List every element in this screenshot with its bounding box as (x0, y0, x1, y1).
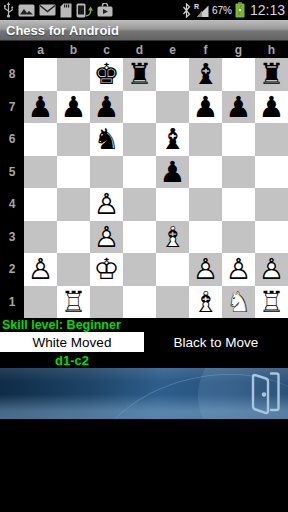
last-move-label: d1-c2 (0, 352, 144, 368)
door-logo-icon (249, 371, 281, 417)
piece-wP[interactable]: ♟♙ (222, 253, 255, 286)
piece-outline: ♙ (189, 253, 222, 286)
roaming-signal-icon: R (194, 3, 209, 18)
rank-label-6: 6 (0, 123, 24, 156)
rank-label-8: 8 (0, 58, 24, 91)
piece-outline: ♖ (57, 286, 90, 319)
piece-wK[interactable]: ♚♔ (90, 253, 123, 286)
square-e2[interactable] (156, 253, 189, 286)
piece-bP[interactable]: ♟ (255, 91, 288, 124)
square-g7[interactable]: ♟ (222, 91, 255, 124)
rank-label-4: 4 (0, 188, 24, 221)
piece-wB[interactable]: ♝♗ (189, 286, 222, 319)
square-g3[interactable] (222, 221, 255, 254)
square-b1[interactable]: ♜♖ (57, 286, 90, 319)
last-move-row: d1-c2 (0, 352, 288, 368)
piece-glyph: ♟ (57, 91, 90, 124)
piece-bR[interactable]: ♜ (123, 58, 156, 91)
piece-outline: ♙ (255, 253, 288, 286)
piece-glyph: ♟ (24, 91, 57, 124)
play-store-icon (97, 3, 113, 17)
app-title: Chess for Android (6, 23, 119, 38)
piece-glyph: ♝ (189, 58, 222, 91)
rank-label-2: 2 (0, 253, 24, 286)
square-b3[interactable] (57, 221, 90, 254)
square-b2[interactable] (57, 253, 90, 286)
home-wallpaper (0, 368, 288, 419)
piece-wP[interactable]: ♟♙ (24, 253, 57, 286)
piece-outline: ♙ (24, 253, 57, 286)
piece-bP[interactable]: ♟ (156, 156, 189, 189)
usb-icon (3, 2, 14, 18)
move-status-row: White Moved Black to Move (0, 332, 288, 352)
piece-outline: ♗ (189, 286, 222, 319)
piece-glyph: ♞ (90, 123, 123, 156)
square-a4[interactable] (24, 188, 57, 221)
square-a2[interactable]: ♟♙ (24, 253, 57, 286)
piece-outline: ♔ (90, 253, 123, 286)
piece-wR[interactable]: ♜♖ (255, 286, 288, 319)
rank-label-1: 1 (0, 286, 24, 319)
square-g8[interactable] (222, 58, 255, 91)
square-g4[interactable] (222, 188, 255, 221)
black-status-box: Black to Move (144, 332, 288, 352)
square-e7[interactable] (156, 91, 189, 124)
square-d6[interactable] (123, 123, 156, 156)
file-label-e: e (156, 43, 189, 57)
square-c3[interactable]: ♟♙ (90, 221, 123, 254)
notification-icons (3, 2, 113, 18)
square-d1[interactable] (123, 286, 156, 319)
square-d5[interactable] (123, 156, 156, 189)
square-d3[interactable] (123, 221, 156, 254)
piece-outline: ♙ (90, 188, 123, 221)
piece-wP[interactable]: ♟♙ (255, 253, 288, 286)
piece-bP[interactable]: ♟ (90, 91, 123, 124)
piece-bB[interactable]: ♝ (156, 123, 189, 156)
svg-text:R: R (194, 3, 199, 10)
piece-wP[interactable]: ♟♙ (90, 221, 123, 254)
piece-glyph: ♟ (222, 91, 255, 124)
square-b8[interactable] (57, 58, 90, 91)
file-label-f: f (189, 43, 222, 57)
piece-glyph: ♟ (156, 156, 189, 189)
square-e4[interactable] (156, 188, 189, 221)
piece-outline: ♙ (222, 253, 255, 286)
square-h3[interactable] (255, 221, 288, 254)
square-c8[interactable]: ♚ (90, 58, 123, 91)
piece-wP[interactable]: ♟♙ (90, 188, 123, 221)
square-e6[interactable]: ♝ (156, 123, 189, 156)
square-f8[interactable]: ♝ (189, 58, 222, 91)
square-b4[interactable] (57, 188, 90, 221)
square-f5[interactable] (189, 156, 222, 189)
piece-wB[interactable]: ♝♗ (156, 221, 189, 254)
piece-glyph: ♜ (255, 58, 288, 91)
piece-bN[interactable]: ♞ (90, 123, 123, 156)
square-d2[interactable] (123, 253, 156, 286)
square-c5[interactable] (90, 156, 123, 189)
piece-glyph: ♚ (90, 58, 123, 91)
file-label-c: c (90, 43, 123, 57)
piece-glyph: ♝ (156, 123, 189, 156)
square-a3[interactable] (24, 221, 57, 254)
square-f4[interactable] (189, 188, 222, 221)
square-f1[interactable]: ♝♗ (189, 286, 222, 319)
piece-outline: ♙ (90, 221, 123, 254)
square-b6[interactable] (57, 123, 90, 156)
square-g1[interactable]: ♞♘ (222, 286, 255, 319)
square-f6[interactable] (189, 123, 222, 156)
square-c4[interactable]: ♟♙ (90, 188, 123, 221)
square-d4[interactable] (123, 188, 156, 221)
piece-wR[interactable]: ♜♖ (57, 286, 90, 319)
piece-outline: ♗ (156, 221, 189, 254)
piece-bP[interactable]: ♟ (189, 91, 222, 124)
file-label-g: g (222, 43, 255, 57)
piece-wN[interactable]: ♞♘ (222, 286, 255, 319)
square-e5[interactable]: ♟ (156, 156, 189, 189)
file-labels: abcdefgh (0, 41, 288, 58)
square-d7[interactable] (123, 91, 156, 124)
rank-label-7: 7 (0, 91, 24, 124)
file-label-a: a (24, 43, 57, 57)
square-h8[interactable]: ♜ (255, 58, 288, 91)
piece-glyph: ♟ (189, 91, 222, 124)
square-h6[interactable] (255, 123, 288, 156)
clock: 12:13 (250, 2, 285, 18)
piece-bP[interactable]: ♟ (57, 91, 90, 124)
square-h7[interactable]: ♟ (255, 91, 288, 124)
square-g5[interactable] (222, 156, 255, 189)
email-icon (39, 4, 56, 16)
piece-glyph: ♟ (90, 91, 123, 124)
piece-bK[interactable]: ♚ (90, 58, 123, 91)
battery-charging-icon (235, 2, 245, 18)
piece-bB[interactable]: ♝ (189, 58, 222, 91)
rank-label-5: 5 (0, 156, 24, 189)
square-e3[interactable]: ♝♗ (156, 221, 189, 254)
square-a8[interactable] (24, 58, 57, 91)
rank-label-3: 3 (0, 221, 24, 254)
piece-outline: ♖ (255, 286, 288, 319)
bluetooth-icon (182, 3, 191, 18)
square-b7[interactable]: ♟ (57, 91, 90, 124)
skill-level-label: Skill level: Beginner (0, 318, 121, 332)
battery-percent: 67% (212, 5, 232, 16)
square-c2[interactable]: ♚♔ (90, 253, 123, 286)
piece-bR[interactable]: ♜ (255, 58, 288, 91)
system-status-icons: R 67% 12:13 (182, 2, 285, 18)
gallery-icon (18, 4, 35, 17)
file-label-b: b (57, 43, 90, 57)
square-e8[interactable] (156, 58, 189, 91)
square-h5[interactable] (255, 156, 288, 189)
square-b5[interactable] (57, 156, 90, 189)
phone-transfer-icon (76, 3, 93, 18)
wallpaper-sheen (0, 368, 288, 419)
piece-wP[interactable]: ♟♙ (189, 253, 222, 286)
square-d8[interactable]: ♜ (123, 58, 156, 91)
piece-bP[interactable]: ♟ (24, 91, 57, 124)
square-f2[interactable]: ♟♙ (189, 253, 222, 286)
square-h1[interactable]: ♜♖ (255, 286, 288, 319)
piece-outline: ♘ (222, 286, 255, 319)
piece-glyph: ♟ (255, 91, 288, 124)
square-h4[interactable] (255, 188, 288, 221)
piece-glyph: ♜ (123, 58, 156, 91)
status-bar: R 67% 12:13 (0, 0, 288, 20)
square-a1[interactable] (24, 286, 57, 319)
square-g6[interactable] (222, 123, 255, 156)
square-e1[interactable] (156, 286, 189, 319)
chess-board: 8♚♜♝♜7♟♟♟♟♟♟6♞♝5♟4♟♙3♟♙♝♗2♟♙♚♔♟♙♟♙♟♙1♜♖♝… (0, 58, 288, 318)
square-a5[interactable] (24, 156, 57, 189)
black-status-label: Black to Move (174, 335, 259, 350)
square-h2[interactable]: ♟♙ (255, 253, 288, 286)
file-label-h: h (255, 43, 288, 57)
square-f3[interactable] (189, 221, 222, 254)
square-f7[interactable]: ♟ (189, 91, 222, 124)
square-c6[interactable]: ♞ (90, 123, 123, 156)
title-bar: Chess for Android (0, 20, 288, 41)
piece-bP[interactable]: ♟ (222, 91, 255, 124)
square-c1[interactable] (90, 286, 123, 319)
square-a6[interactable] (24, 123, 57, 156)
square-a7[interactable]: ♟ (24, 91, 57, 124)
file-label-d: d (123, 43, 156, 57)
white-status-box: White Moved (0, 332, 144, 352)
white-status-label: White Moved (33, 335, 112, 350)
sd-card-icon (60, 3, 72, 18)
square-g2[interactable]: ♟♙ (222, 253, 255, 286)
screen-footer (0, 419, 288, 512)
skill-row: Skill level: Beginner (0, 318, 288, 332)
square-c7[interactable]: ♟ (90, 91, 123, 124)
